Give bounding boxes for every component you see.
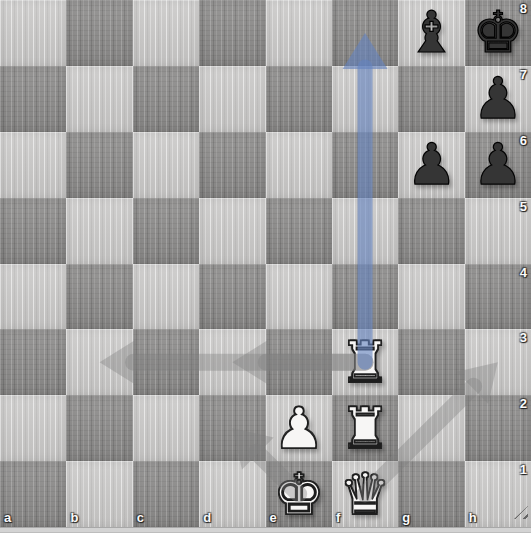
rank-label-1: 1 xyxy=(520,462,527,477)
square-c2[interactable] xyxy=(133,395,199,461)
square-f1[interactable]: ♛ xyxy=(332,461,398,527)
board-bottom-edge xyxy=(0,527,531,533)
square-a3[interactable] xyxy=(0,329,66,395)
rank-label-4: 4 xyxy=(520,265,527,280)
square-a6[interactable] xyxy=(0,132,66,198)
rank-label-6: 6 xyxy=(520,133,527,148)
square-f2[interactable]: ♜ xyxy=(332,395,398,461)
square-d4[interactable] xyxy=(199,264,265,330)
square-a7[interactable] xyxy=(0,66,66,132)
file-label-e: e xyxy=(270,510,277,525)
square-d7[interactable] xyxy=(199,66,265,132)
square-a2[interactable] xyxy=(0,395,66,461)
file-label-a: a xyxy=(4,510,11,525)
rank-label-2: 2 xyxy=(520,396,527,411)
square-a8[interactable] xyxy=(0,0,66,66)
file-label-b: b xyxy=(70,510,78,525)
square-g3[interactable] xyxy=(398,329,464,395)
square-d5[interactable] xyxy=(199,198,265,264)
square-b3[interactable] xyxy=(66,329,132,395)
piece-white-rook-f3[interactable]: ♜ xyxy=(332,329,398,395)
square-c4[interactable] xyxy=(133,264,199,330)
square-b5[interactable] xyxy=(66,198,132,264)
square-b7[interactable] xyxy=(66,66,132,132)
square-d3[interactable] xyxy=(199,329,265,395)
file-label-g: g xyxy=(402,510,410,525)
square-e3[interactable] xyxy=(266,329,332,395)
chess-board: ♝♚♟♟♟♜♟♜♚♛ abcdefgh87654321 xyxy=(0,0,531,527)
rank-label-8: 8 xyxy=(520,1,527,16)
square-g6[interactable]: ♟ xyxy=(398,132,464,198)
square-g8[interactable]: ♝ xyxy=(398,0,464,66)
file-label-f: f xyxy=(336,510,340,525)
square-b2[interactable] xyxy=(66,395,132,461)
square-d6[interactable] xyxy=(199,132,265,198)
square-b8[interactable] xyxy=(66,0,132,66)
file-label-d: d xyxy=(203,510,211,525)
piece-white-rook-f2[interactable]: ♜ xyxy=(332,395,398,461)
square-e5[interactable] xyxy=(266,198,332,264)
square-g2[interactable] xyxy=(398,395,464,461)
square-c8[interactable] xyxy=(133,0,199,66)
square-d8[interactable] xyxy=(199,0,265,66)
square-g4[interactable] xyxy=(398,264,464,330)
square-f3[interactable]: ♜ xyxy=(332,329,398,395)
square-e8[interactable] xyxy=(266,0,332,66)
square-e6[interactable] xyxy=(266,132,332,198)
rank-label-7: 7 xyxy=(520,67,527,82)
square-e4[interactable] xyxy=(266,264,332,330)
square-f8[interactable] xyxy=(332,0,398,66)
square-c5[interactable] xyxy=(133,198,199,264)
square-e2[interactable]: ♟ xyxy=(266,395,332,461)
square-c3[interactable] xyxy=(133,329,199,395)
file-label-c: c xyxy=(137,510,144,525)
piece-white-queen-f1[interactable]: ♛ xyxy=(332,461,398,527)
square-c6[interactable] xyxy=(133,132,199,198)
square-a4[interactable] xyxy=(0,264,66,330)
file-label-h: h xyxy=(469,510,477,525)
square-b4[interactable] xyxy=(66,264,132,330)
square-f4[interactable] xyxy=(332,264,398,330)
square-b6[interactable] xyxy=(66,132,132,198)
chess-board-panel: ♝♚♟♟♟♜♟♜♚♛ abcdefgh87654321 xyxy=(0,0,531,533)
square-f7[interactable] xyxy=(332,66,398,132)
rank-label-5: 5 xyxy=(520,199,527,214)
square-a5[interactable] xyxy=(0,198,66,264)
square-c7[interactable] xyxy=(133,66,199,132)
piece-black-pawn-g6[interactable]: ♟ xyxy=(398,132,464,198)
square-f6[interactable] xyxy=(332,132,398,198)
piece-white-pawn-e2[interactable]: ♟ xyxy=(266,395,332,461)
square-g5[interactable] xyxy=(398,198,464,264)
square-g7[interactable] xyxy=(398,66,464,132)
rank-label-3: 3 xyxy=(520,330,527,345)
square-d2[interactable] xyxy=(199,395,265,461)
piece-black-bishop-g8[interactable]: ♝ xyxy=(398,0,464,66)
board-squares: ♝♚♟♟♟♜♟♜♚♛ xyxy=(0,0,531,527)
square-f5[interactable] xyxy=(332,198,398,264)
square-e7[interactable] xyxy=(266,66,332,132)
